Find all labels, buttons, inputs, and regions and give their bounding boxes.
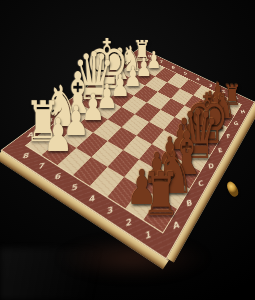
pieces-layer: ♜♞♝♛♚♝♞♜♟♟♟♟♟♟♟♟♟♟♟♟♟♟♟♟♜♞♝♛♚♝♞♜	[0, 0, 255, 300]
product-photo-scene: AA88BB77CC66DD55EE44FF33GG22HH11 ♜♞♝♛♚♝♞…	[0, 0, 255, 300]
piece-light-pawn-a7[interactable]: ♟	[43, 112, 73, 158]
piece-dark-rook-a1[interactable]: ♜	[142, 164, 180, 224]
